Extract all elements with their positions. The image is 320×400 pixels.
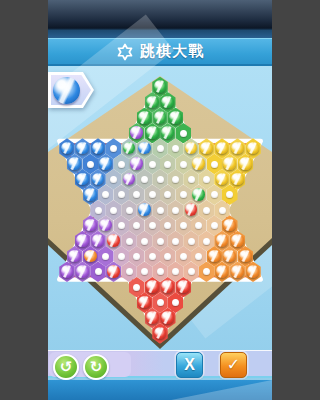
hole xyxy=(211,161,218,168)
marble-orange[interactable] xyxy=(216,265,229,278)
marble-orange[interactable] xyxy=(231,265,244,278)
hole xyxy=(118,222,125,229)
hole xyxy=(141,176,148,183)
marble-purple[interactable] xyxy=(130,126,143,139)
marble-green[interactable] xyxy=(138,111,151,124)
marble-yellow[interactable] xyxy=(192,157,205,170)
hole xyxy=(126,207,133,214)
hole xyxy=(188,176,195,183)
hole xyxy=(180,253,187,260)
hole xyxy=(157,207,164,214)
marble-red[interactable] xyxy=(107,265,120,278)
hole xyxy=(110,176,117,183)
confirm-button[interactable]: ✓ xyxy=(220,352,247,378)
undo-button[interactable]: ↺ xyxy=(53,354,79,380)
bottom-bar xyxy=(48,380,272,400)
hole xyxy=(95,268,102,275)
marble-blue[interactable] xyxy=(99,157,112,170)
marble-red[interactable] xyxy=(177,280,190,293)
marble-purple[interactable] xyxy=(61,265,74,278)
hole xyxy=(172,238,179,245)
turn-indicator-badge xyxy=(48,72,94,108)
hole xyxy=(133,284,140,291)
marble-orange[interactable] xyxy=(208,250,221,263)
hole xyxy=(110,207,117,214)
hole xyxy=(164,161,171,168)
toolbar: ↺ ↻ X ✓ xyxy=(48,350,272,378)
marble-green[interactable] xyxy=(169,111,182,124)
app-screen: 跳棋大戰 ↺ ↻ X ✓ xyxy=(48,0,272,400)
marble-green[interactable] xyxy=(146,96,159,109)
marble-yellow[interactable] xyxy=(239,157,252,170)
hole xyxy=(203,176,210,183)
marble-orange[interactable] xyxy=(216,234,229,247)
hole xyxy=(126,268,133,275)
marble-red[interactable] xyxy=(138,296,151,309)
hole xyxy=(180,130,187,137)
marble-yellow[interactable] xyxy=(223,157,236,170)
hole xyxy=(203,207,210,214)
marble-blue[interactable] xyxy=(76,142,89,155)
marble-orange[interactable] xyxy=(239,250,252,263)
hole xyxy=(157,145,164,152)
hole xyxy=(211,222,218,229)
hole xyxy=(126,238,133,245)
marble-blue[interactable] xyxy=(138,203,151,216)
marble-red[interactable] xyxy=(146,280,159,293)
marble-purple[interactable] xyxy=(68,250,81,263)
marble-purple[interactable] xyxy=(92,234,105,247)
hole xyxy=(203,238,210,245)
bottom-bar-shine xyxy=(48,380,272,400)
marble-green[interactable] xyxy=(154,111,167,124)
marble-blue[interactable] xyxy=(76,173,89,186)
hole xyxy=(157,238,164,245)
marble-green[interactable] xyxy=(192,188,205,201)
hole xyxy=(149,253,156,260)
hole xyxy=(149,161,156,168)
hole xyxy=(180,161,187,168)
redo-button[interactable]: ↻ xyxy=(83,354,109,380)
hole xyxy=(87,161,94,168)
hole xyxy=(118,161,125,168)
marble-green[interactable] xyxy=(161,96,174,109)
hole xyxy=(157,176,164,183)
marble-yellow[interactable] xyxy=(231,173,244,186)
marble-red[interactable] xyxy=(161,311,174,324)
hole xyxy=(118,253,125,260)
hole xyxy=(188,268,195,275)
marble-orange[interactable] xyxy=(231,234,244,247)
marble-blue[interactable] xyxy=(138,142,151,155)
hole xyxy=(149,222,156,229)
marble-purple[interactable] xyxy=(84,219,97,232)
marble-orange[interactable] xyxy=(84,250,97,263)
hole xyxy=(172,207,179,214)
cancel-button[interactable]: X xyxy=(176,352,203,378)
marble-red[interactable] xyxy=(146,311,159,324)
marble-red[interactable] xyxy=(107,234,120,247)
board-grid xyxy=(48,0,272,400)
marble-blue[interactable] xyxy=(68,157,81,170)
marble-purple[interactable] xyxy=(130,157,143,170)
marble-orange[interactable] xyxy=(247,265,260,278)
hole xyxy=(141,238,148,245)
marble-blue[interactable] xyxy=(84,188,97,201)
marble-green[interactable] xyxy=(146,126,159,139)
marble-purple[interactable] xyxy=(76,234,89,247)
hole xyxy=(172,176,179,183)
marble-yellow[interactable] xyxy=(200,142,213,155)
hole xyxy=(180,222,187,229)
hole xyxy=(157,299,164,306)
hole xyxy=(188,238,195,245)
marble-red[interactable] xyxy=(161,280,174,293)
hole xyxy=(157,268,164,275)
marble-green[interactable] xyxy=(161,126,174,139)
marble-orange[interactable] xyxy=(223,250,236,263)
marble-green[interactable] xyxy=(154,80,167,93)
hole xyxy=(219,207,226,214)
hole xyxy=(95,207,102,214)
marble-yellow[interactable] xyxy=(231,142,244,155)
marble-purple[interactable] xyxy=(76,265,89,278)
turn-marble-blue xyxy=(53,77,80,104)
